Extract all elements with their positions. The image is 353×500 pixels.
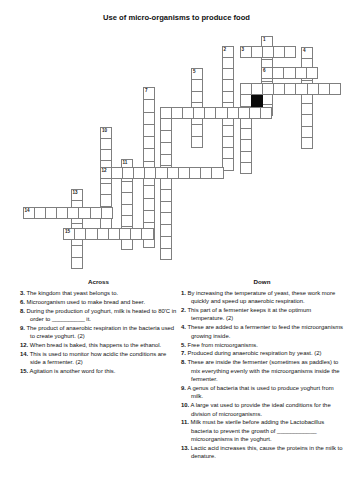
cell-number: 2 [224, 47, 227, 52]
clue-item: 9. The product of anaerobic respiration … [20, 324, 177, 341]
grid-cell[interactable] [260, 107, 272, 119]
word-8-across: 8 [240, 83, 342, 95]
cell-number: 13 [73, 190, 78, 195]
clue-item: 2. This part of a fermenter keeps it at … [181, 306, 343, 323]
grid-cell[interactable] [301, 137, 313, 149]
clue-item: 15. Agitation is another word for this. [20, 367, 177, 375]
clue-item: 1. By increasing the temperature of yeas… [181, 289, 343, 306]
clue-item: 3. The kingdom that yeast belongs to. [20, 289, 177, 297]
cell-number: 1 [263, 37, 266, 42]
grid-cell[interactable] [143, 198, 155, 211]
word-6-across: 6 [261, 67, 318, 79]
grid-cell[interactable] [143, 210, 155, 223]
clue-item: 4. These are added to a fermenter to fee… [181, 323, 343, 340]
cell-number: 7 [145, 88, 148, 93]
grid-cell[interactable] [329, 83, 341, 95]
clue-item: 7. Produced during anaerobic respiration… [181, 349, 343, 357]
grid-cell[interactable] [284, 46, 296, 58]
grid-cell[interactable] [143, 185, 155, 198]
worksheet-page: Use of micro-organisms to produce food 1… [0, 0, 353, 500]
clue-item: 8. During the production of yoghurt, mil… [20, 307, 177, 324]
grid-cell[interactable] [306, 67, 318, 79]
clue-item: 11. Milk must be sterile before adding t… [181, 418, 343, 443]
down-clue-list: 1. By increasing the temperature of yeas… [181, 289, 343, 461]
grid-cell[interactable]: 7 [143, 87, 155, 100]
cell-number: 11 [123, 160, 128, 165]
across-header: Across [20, 278, 177, 287]
grid-cell[interactable] [240, 162, 252, 174]
word-12-across: 12 [100, 167, 224, 179]
black-cell [251, 95, 263, 107]
clue-item: 14. This is used to monitor how acidic t… [20, 350, 177, 367]
cell-number: 15 [65, 229, 70, 234]
clue-item: 13. Lactic acid increases this, cause th… [181, 444, 343, 461]
word-4-down: 4 [301, 47, 313, 150]
cell-number: 4 [303, 48, 306, 53]
clue-item: 9. A genus of bacteria that is used to p… [181, 384, 343, 401]
across-clues: Across 3. The kingdom that yeast belongs… [20, 278, 177, 376]
word-x-down [160, 107, 172, 261]
grid-cell[interactable] [143, 136, 155, 149]
word-15-across: 15 [63, 228, 154, 240]
grid-cell[interactable] [71, 257, 83, 269]
grid-cell[interactable] [160, 248, 172, 261]
cell-number: 5 [193, 69, 196, 74]
clue-item: 6. Microorganism used to make bread and … [20, 298, 177, 306]
cell-number: 14 [25, 208, 30, 213]
clue-item: 12. When bread is baked, this happens to… [20, 341, 177, 349]
page-title: Use of micro-organisms to produce food [0, 13, 353, 22]
grid-cell[interactable] [143, 124, 155, 137]
grid-cell[interactable] [143, 112, 155, 125]
grid-cell[interactable] [143, 148, 155, 161]
down-header: Down [181, 278, 343, 287]
cell-number: 12 [102, 168, 107, 173]
grid-cell[interactable] [211, 167, 223, 179]
clue-item: 8. These are inside the fermenter (somet… [181, 358, 343, 383]
grid-cell[interactable] [143, 99, 155, 112]
across-clue-list: 3. The kingdom that yeast belongs to.6. … [20, 289, 177, 376]
cell-number: 10 [102, 128, 107, 133]
down-clues: Down 1. By increasing the temperature of… [181, 278, 343, 461]
clue-item: 5. Free from microorganisms. [181, 341, 343, 349]
cell-number: 6 [263, 68, 266, 73]
grid-cell[interactable] [141, 228, 153, 240]
grid-cell[interactable] [101, 207, 113, 219]
word-14-across: 14 [23, 207, 114, 219]
word-9-across: 9 [160, 107, 273, 119]
cell-number: 3 [242, 47, 245, 52]
grid-cell[interactable] [191, 136, 203, 148]
clue-item: 10. A large vat used to provide the idea… [181, 401, 343, 418]
word-3-across: 3 [240, 46, 297, 58]
